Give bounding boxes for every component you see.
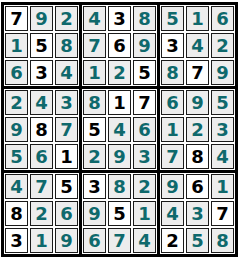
- box-3-1: 475826319: [4, 173, 79, 254]
- cell-r8c2[interactable]: 2: [30, 201, 53, 226]
- cell-r7c7[interactable]: 9: [161, 174, 184, 199]
- box-1-1: 792158634: [4, 5, 79, 86]
- cell-r3c2: 3: [30, 60, 53, 85]
- box-1-3: 516342879: [160, 5, 235, 86]
- cell-r7c2[interactable]: 7: [30, 174, 53, 199]
- cell-r2c6[interactable]: 9: [133, 33, 156, 58]
- cell-r3c8: 7: [186, 60, 209, 85]
- cell-r6c7[interactable]: 7: [161, 144, 184, 169]
- cell-r6c9[interactable]: 4: [211, 144, 234, 169]
- cell-r9c2[interactable]: 1: [30, 228, 53, 253]
- box-2-3: 695123784: [160, 89, 235, 170]
- cell-r6c3: 1: [55, 144, 78, 169]
- cell-r1c1: 7: [5, 6, 28, 31]
- box-2-1: 243987561: [4, 89, 79, 170]
- cell-r7c5[interactable]: 8: [108, 174, 131, 199]
- cell-r6c4[interactable]: 2: [83, 144, 106, 169]
- cell-r8c6[interactable]: 1: [133, 201, 156, 226]
- cell-r1c9[interactable]: 6: [211, 6, 234, 31]
- cell-r8c9: 7: [211, 201, 234, 226]
- cell-r5c2: 8: [30, 117, 53, 142]
- cell-r7c4: 3: [83, 174, 106, 199]
- cell-r4c9[interactable]: 5: [211, 90, 234, 115]
- cell-r8c3[interactable]: 6: [55, 201, 78, 226]
- cell-r6c2[interactable]: 6: [30, 144, 53, 169]
- box-3-2: 382951674: [82, 173, 157, 254]
- cell-r2c1[interactable]: 1: [5, 33, 28, 58]
- cell-r7c6[interactable]: 2: [133, 174, 156, 199]
- cell-r3c1[interactable]: 6: [5, 60, 28, 85]
- sudoku-board: 7921586344387691255163428792439875618175…: [1, 2, 238, 257]
- cell-r2c5: 6: [108, 33, 131, 58]
- cell-r6c6[interactable]: 3: [133, 144, 156, 169]
- cell-r9c9[interactable]: 8: [211, 228, 234, 253]
- cell-r1c3[interactable]: 2: [55, 6, 78, 31]
- cell-r6c1[interactable]: 5: [5, 144, 28, 169]
- cell-r2c9[interactable]: 2: [211, 33, 234, 58]
- cell-r1c4[interactable]: 4: [83, 6, 106, 31]
- cell-r8c8[interactable]: 3: [186, 201, 209, 226]
- cell-r5c6[interactable]: 6: [133, 117, 156, 142]
- cell-r2c3[interactable]: 8: [55, 33, 78, 58]
- cell-r2c7: 3: [161, 33, 184, 58]
- cell-r9c6[interactable]: 4: [133, 228, 156, 253]
- cell-r7c1[interactable]: 4: [5, 174, 28, 199]
- cell-r3c3[interactable]: 4: [55, 60, 78, 85]
- cell-r1c2[interactable]: 9: [30, 6, 53, 31]
- cell-r4c6: 7: [133, 90, 156, 115]
- cell-r2c2: 5: [30, 33, 53, 58]
- cell-r7c3: 5: [55, 174, 78, 199]
- cell-r3c4[interactable]: 1: [83, 60, 106, 85]
- cell-r5c3[interactable]: 7: [55, 117, 78, 142]
- cell-r5c4: 5: [83, 117, 106, 142]
- cell-r3c5[interactable]: 2: [108, 60, 131, 85]
- cell-r9c4[interactable]: 6: [83, 228, 106, 253]
- cell-r7c8: 6: [186, 174, 209, 199]
- cell-r9c7: 2: [161, 228, 184, 253]
- cell-r3c9[interactable]: 9: [211, 60, 234, 85]
- cell-r6c8: 8: [186, 144, 209, 169]
- box-3-3: 961437258: [160, 173, 235, 254]
- box-1-2: 438769125: [82, 5, 157, 86]
- cell-r4c5: 1: [108, 90, 131, 115]
- cell-r4c4[interactable]: 8: [83, 90, 106, 115]
- cell-r5c5[interactable]: 4: [108, 117, 131, 142]
- cell-r2c8[interactable]: 4: [186, 33, 209, 58]
- cell-r5c7[interactable]: 1: [161, 117, 184, 142]
- cell-r1c8[interactable]: 1: [186, 6, 209, 31]
- cell-r9c1: 3: [5, 228, 28, 253]
- cell-r4c3[interactable]: 3: [55, 90, 78, 115]
- cell-r4c7[interactable]: 6: [161, 90, 184, 115]
- cell-r7c9[interactable]: 1: [211, 174, 234, 199]
- cell-r6c5[interactable]: 9: [108, 144, 131, 169]
- cell-r9c8[interactable]: 5: [186, 228, 209, 253]
- cell-r3c7[interactable]: 8: [161, 60, 184, 85]
- cell-r4c8[interactable]: 9: [186, 90, 209, 115]
- cell-r8c5: 5: [108, 201, 131, 226]
- cell-r1c6[interactable]: 8: [133, 6, 156, 31]
- cell-r9c3[interactable]: 9: [55, 228, 78, 253]
- cell-r9c5[interactable]: 7: [108, 228, 131, 253]
- cell-r2c4[interactable]: 7: [83, 33, 106, 58]
- cell-r4c2[interactable]: 4: [30, 90, 53, 115]
- cell-r8c7[interactable]: 4: [161, 201, 184, 226]
- cell-r1c7[interactable]: 5: [161, 6, 184, 31]
- cell-r5c8[interactable]: 2: [186, 117, 209, 142]
- cell-r4c1[interactable]: 2: [5, 90, 28, 115]
- cell-r8c4[interactable]: 9: [83, 201, 106, 226]
- cell-r5c9[interactable]: 3: [211, 117, 234, 142]
- cell-r5c1[interactable]: 9: [5, 117, 28, 142]
- box-2-2: 817546293: [82, 89, 157, 170]
- cell-r1c5: 3: [108, 6, 131, 31]
- cell-r8c1: 8: [5, 201, 28, 226]
- cell-r3c6: 5: [133, 60, 156, 85]
